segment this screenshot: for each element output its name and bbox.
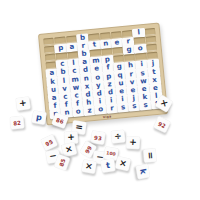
board-square <box>146 44 157 52</box>
board-square: z <box>84 107 95 115</box>
letter-board: blpartnerbgoclampabcdefghijklmnopqrstuvw… <box>38 22 168 125</box>
board-square: o <box>95 106 106 114</box>
board-square: p <box>55 45 66 53</box>
board-square: o <box>135 45 146 53</box>
board-square: o <box>73 108 84 116</box>
board-square: e <box>112 39 123 47</box>
board-square: s <box>118 104 129 112</box>
loose-tile-+: + <box>126 136 141 150</box>
board-square <box>145 28 156 36</box>
board-square: s <box>140 101 151 109</box>
loose-tile-k: k <box>135 163 150 179</box>
viga-logo: Viga <box>103 115 112 119</box>
board-square <box>43 38 54 46</box>
loose-tile-85: 85 <box>53 154 70 172</box>
board-square: l <box>133 29 144 37</box>
loose-tile-×: × <box>81 159 97 174</box>
board-square: r <box>107 105 118 113</box>
loose-tile-92: 92 <box>153 116 171 134</box>
board-grid: blpartnerbgoclampabcdefghijklmnopqrstuvw… <box>43 28 162 118</box>
loose-tile-t: t <box>100 158 116 173</box>
loose-tile-÷: ÷ <box>110 129 125 143</box>
board-square: a <box>67 43 78 51</box>
loose-tile-82: 82 <box>9 115 24 129</box>
loose-tile-=: = <box>143 148 157 163</box>
product-photo: blpartnerbgoclampabcdefghijklmnopqrstuvw… <box>0 0 200 200</box>
board-square: s <box>129 103 140 111</box>
board-square: g <box>124 46 135 54</box>
board-square <box>45 54 56 62</box>
board-square: t <box>89 41 100 49</box>
board-square <box>145 36 156 44</box>
loose-tile-p: p <box>31 110 47 125</box>
loose-tile-×: × <box>115 156 131 172</box>
loose-tile-93: 93 <box>90 130 106 145</box>
board-square <box>44 46 55 54</box>
board-square <box>112 47 123 55</box>
board-square: n <box>100 40 111 48</box>
loose-tile-+: + <box>15 96 31 111</box>
